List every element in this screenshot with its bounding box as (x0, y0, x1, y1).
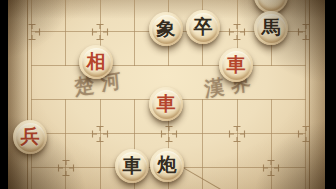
piece-red-車[interactable]: 車 (219, 48, 253, 82)
piece-character: 相 (79, 45, 113, 79)
piece-character: 炮 (150, 148, 184, 182)
piece-character: 車 (149, 87, 183, 121)
piece-cap (257, 0, 286, 11)
grid-line (237, 99, 238, 189)
piece-red-相[interactable]: 相 (79, 45, 113, 79)
piece-character: 兵 (13, 120, 47, 154)
point-marker-icon (91, 125, 109, 143)
point-marker-icon (297, 23, 315, 41)
piece-character: 車 (115, 149, 149, 183)
piece-black-車[interactable]: 車 (115, 149, 149, 183)
letterbox-left (0, 0, 8, 189)
grid-line (134, 0, 135, 66)
piece-red-車[interactable]: 車 (149, 87, 183, 121)
point-marker-icon (160, 125, 178, 143)
letterbox-right (325, 0, 336, 189)
piece-red-兵[interactable]: 兵 (13, 120, 47, 154)
point-marker-icon (91, 23, 109, 41)
point-marker-icon (228, 125, 246, 143)
point-marker-icon (23, 23, 41, 41)
video-frame: 楚河 漢界 象卒馬相車車兵車炮 (0, 0, 336, 189)
piece-black-馬[interactable]: 馬 (254, 11, 288, 45)
piece-character: 馬 (254, 11, 288, 45)
piece-character: 車 (219, 48, 253, 82)
piece-character: 卒 (186, 10, 220, 44)
piece-character: 象 (149, 12, 183, 46)
point-marker-icon (262, 159, 280, 177)
piece-black-象[interactable]: 象 (149, 12, 183, 46)
piece-black-炮[interactable]: 炮 (150, 148, 184, 182)
point-marker-icon (228, 23, 246, 41)
grid-line (100, 99, 101, 189)
point-marker-icon (297, 125, 315, 143)
grid-line (202, 99, 203, 189)
grid-line (31, 65, 306, 66)
grid-line (65, 0, 66, 66)
piece-black-卒[interactable]: 卒 (186, 10, 220, 44)
point-marker-icon (57, 159, 75, 177)
